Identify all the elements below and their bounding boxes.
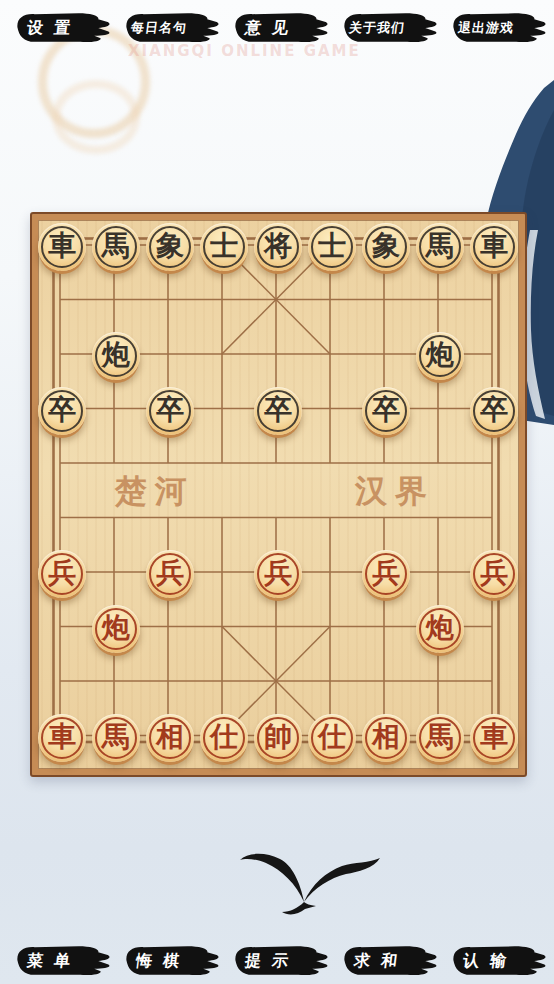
board-intersection[interactable]: 相 — [143, 711, 197, 766]
piece-black-advisor[interactable]: 士 — [308, 223, 356, 271]
piece-red-soldier[interactable]: 兵 — [38, 550, 86, 598]
feedback-button[interactable]: 意见 — [226, 9, 328, 47]
piece-glyph: 車 — [48, 232, 76, 260]
ink-stain-ring — [52, 80, 140, 154]
piece-glyph: 兵 — [48, 559, 76, 587]
board-intersection[interactable] — [359, 438, 413, 493]
board-intersection[interactable] — [305, 329, 359, 384]
piece-black-horse[interactable]: 馬 — [416, 223, 464, 271]
piece-red-cannon[interactable]: 炮 — [92, 605, 140, 653]
board-intersection[interactable] — [143, 602, 197, 657]
board-intersection[interactable]: 炮 — [413, 329, 467, 384]
board-intersection[interactable]: 炮 — [89, 602, 143, 657]
piece-black-cannon[interactable]: 炮 — [92, 332, 140, 380]
board-intersection[interactable] — [197, 384, 251, 439]
board-intersection[interactable]: 馬 — [413, 220, 467, 275]
piece-glyph: 炮 — [426, 341, 454, 369]
hint-button[interactable]: 提示 — [226, 942, 328, 980]
board-intersection[interactable] — [197, 656, 251, 711]
board-intersection[interactable]: 卒 — [35, 384, 89, 439]
piece-glyph: 兵 — [480, 559, 508, 587]
settings-button[interactable]: 设置 — [8, 9, 110, 47]
board-intersection[interactable]: 仕 — [305, 711, 359, 766]
piece-black-elephant[interactable]: 象 — [362, 223, 410, 271]
piece-black-advisor[interactable]: 士 — [200, 223, 248, 271]
piece-red-chariot[interactable]: 車 — [38, 714, 86, 762]
piece-red-elephant[interactable]: 相 — [146, 714, 194, 762]
board-intersection[interactable]: 士 — [197, 220, 251, 275]
board-intersection[interactable] — [89, 384, 143, 439]
board-intersection[interactable] — [467, 656, 521, 711]
board-intersection[interactable]: 車 — [35, 220, 89, 275]
board-intersection[interactable] — [89, 547, 143, 602]
piece-glyph: 仕 — [318, 723, 346, 751]
board-intersection[interactable] — [305, 602, 359, 657]
board-intersection[interactable]: 象 — [143, 220, 197, 275]
feedback-button-label: 意见 — [225, 18, 330, 39]
piece-glyph: 炮 — [102, 614, 130, 642]
board-intersection[interactable] — [89, 493, 143, 548]
piece-glyph: 卒 — [264, 396, 292, 424]
piece-black-soldier[interactable]: 卒 — [38, 387, 86, 435]
board-intersection[interactable]: 将 — [251, 220, 305, 275]
piece-glyph: 卒 — [156, 396, 184, 424]
board-intersection[interactable] — [359, 602, 413, 657]
board-intersection[interactable]: 車 — [35, 711, 89, 766]
board-intersection[interactable]: 馬 — [89, 711, 143, 766]
board-intersection[interactable]: 炮 — [89, 329, 143, 384]
board-intersection[interactable] — [251, 329, 305, 384]
piece-red-chariot[interactable]: 車 — [470, 714, 518, 762]
board-intersection[interactable] — [413, 493, 467, 548]
piece-red-soldier[interactable]: 兵 — [362, 550, 410, 598]
piece-glyph: 兵 — [156, 559, 184, 587]
piece-red-general[interactable]: 帥 — [254, 714, 302, 762]
board-intersection[interactable] — [305, 384, 359, 439]
piece-black-soldier[interactable]: 卒 — [470, 387, 518, 435]
piece-black-general[interactable]: 将 — [254, 223, 302, 271]
board-intersection[interactable] — [89, 275, 143, 330]
piece-black-soldier[interactable]: 卒 — [254, 387, 302, 435]
hint-button-label: 提示 — [225, 951, 330, 972]
board-intersection[interactable] — [197, 438, 251, 493]
board-intersection[interactable]: 仕 — [197, 711, 251, 766]
piece-glyph: 卒 — [480, 396, 508, 424]
board-intersection[interactable] — [305, 547, 359, 602]
board-intersection[interactable] — [35, 656, 89, 711]
piece-black-chariot[interactable]: 車 — [470, 223, 518, 271]
board-intersection[interactable] — [305, 493, 359, 548]
menu-button-label: 菜单 — [7, 951, 112, 972]
daily-quote-button[interactable]: 每日名句 — [117, 9, 219, 47]
board-intersection[interactable] — [305, 438, 359, 493]
board-intersection[interactable] — [251, 438, 305, 493]
board-grid: 車馬象士将士象馬車炮炮卒卒卒卒卒兵兵兵兵兵炮炮車馬相仕帥仕相馬車 — [35, 220, 521, 765]
board-intersection[interactable] — [35, 275, 89, 330]
board-intersection[interactable]: 兵 — [359, 547, 413, 602]
board-intersection[interactable] — [143, 275, 197, 330]
board-intersection[interactable] — [413, 547, 467, 602]
board-intersection[interactable] — [467, 275, 521, 330]
board-intersection[interactable] — [35, 493, 89, 548]
board-intersection[interactable]: 卒 — [359, 384, 413, 439]
board-intersection[interactable]: 卒 — [143, 384, 197, 439]
piece-red-cannon[interactable]: 炮 — [416, 605, 464, 653]
board-intersection[interactable] — [197, 493, 251, 548]
board-intersection[interactable] — [197, 329, 251, 384]
piece-glyph: 将 — [264, 232, 292, 260]
board-intersection[interactable]: 象 — [359, 220, 413, 275]
piece-glyph: 士 — [318, 232, 346, 260]
board-intersection[interactable] — [359, 656, 413, 711]
piece-glyph: 卒 — [48, 396, 76, 424]
settings-button-label: 设置 — [7, 18, 112, 39]
piece-red-soldier[interactable]: 兵 — [254, 550, 302, 598]
bottom-menu-bar: 菜单 悔棋 提示 求和 认输 — [0, 941, 554, 981]
board-intersection[interactable]: 兵 — [143, 547, 197, 602]
board-intersection[interactable]: 車 — [467, 220, 521, 275]
piece-red-elephant[interactable]: 相 — [362, 714, 410, 762]
about-us-button[interactable]: 关于我们 — [335, 9, 437, 47]
board-intersection[interactable] — [413, 384, 467, 439]
board-intersection[interactable] — [413, 656, 467, 711]
board-intersection[interactable]: 兵 — [467, 547, 521, 602]
board-intersection[interactable]: 馬 — [89, 220, 143, 275]
piece-black-horse[interactable]: 馬 — [92, 223, 140, 271]
piece-glyph: 馬 — [102, 723, 130, 751]
board-intersection[interactable]: 相 — [359, 711, 413, 766]
piece-glyph: 相 — [372, 723, 400, 751]
board-intersection[interactable] — [251, 493, 305, 548]
offer-draw-button[interactable]: 求和 — [335, 942, 437, 980]
piece-glyph: 象 — [372, 232, 400, 260]
board-intersection[interactable] — [467, 438, 521, 493]
piece-glyph: 象 — [156, 232, 184, 260]
piece-black-soldier[interactable]: 卒 — [146, 387, 194, 435]
resign-button-label: 认输 — [443, 951, 548, 972]
piece-glyph: 兵 — [372, 559, 400, 587]
piece-red-soldier[interactable]: 兵 — [146, 550, 194, 598]
top-menu-bar: 设置 每日名句 意见 关于我们 退出游戏 — [0, 8, 554, 48]
board-intersection[interactable] — [143, 656, 197, 711]
piece-glyph: 馬 — [426, 232, 454, 260]
board-intersection[interactable]: 車 — [467, 711, 521, 766]
piece-glyph: 車 — [48, 723, 76, 751]
offer-draw-button-label: 求和 — [334, 951, 439, 972]
board-intersection[interactable] — [467, 493, 521, 548]
board-intersection[interactable] — [35, 438, 89, 493]
board-intersection[interactable] — [197, 275, 251, 330]
board-intersection[interactable]: 兵 — [251, 547, 305, 602]
board-intersection[interactable] — [305, 275, 359, 330]
piece-black-soldier[interactable]: 卒 — [362, 387, 410, 435]
piece-red-advisor[interactable]: 仕 — [200, 714, 248, 762]
piece-glyph: 相 — [156, 723, 184, 751]
piece-glyph: 帥 — [264, 723, 292, 751]
piece-black-chariot[interactable]: 車 — [38, 223, 86, 271]
board-intersection[interactable] — [305, 656, 359, 711]
board-intersection[interactable] — [359, 329, 413, 384]
piece-glyph: 卒 — [372, 396, 400, 424]
piece-red-soldier[interactable]: 兵 — [470, 550, 518, 598]
piece-red-horse[interactable]: 馬 — [92, 714, 140, 762]
board-intersection[interactable]: 卒 — [467, 384, 521, 439]
board-intersection[interactable] — [467, 329, 521, 384]
board-intersection[interactable] — [413, 275, 467, 330]
board-intersection[interactable] — [467, 602, 521, 657]
about-us-button-label: 关于我们 — [334, 19, 438, 37]
board-intersection[interactable] — [35, 329, 89, 384]
board-intersection[interactable]: 兵 — [35, 547, 89, 602]
piece-glyph: 馬 — [102, 232, 130, 260]
board-intersection[interactable]: 卒 — [251, 384, 305, 439]
piece-black-elephant[interactable]: 象 — [146, 223, 194, 271]
menu-button[interactable]: 菜单 — [8, 942, 110, 980]
board-intersection[interactable] — [359, 493, 413, 548]
board-intersection[interactable] — [251, 656, 305, 711]
board-intersection[interactable] — [251, 602, 305, 657]
piece-glyph: 士 — [210, 232, 238, 260]
piece-glyph: 馬 — [426, 723, 454, 751]
board-intersection[interactable]: 炮 — [413, 602, 467, 657]
board-intersection[interactable] — [89, 656, 143, 711]
board-intersection[interactable]: 馬 — [413, 711, 467, 766]
board-intersection[interactable] — [197, 547, 251, 602]
piece-glyph: 車 — [480, 232, 508, 260]
board-intersection[interactable] — [143, 438, 197, 493]
piece-glyph: 仕 — [210, 723, 238, 751]
board-intersection[interactable] — [35, 602, 89, 657]
resign-button[interactable]: 认输 — [444, 942, 546, 980]
board-intersection[interactable] — [143, 329, 197, 384]
piece-red-advisor[interactable]: 仕 — [308, 714, 356, 762]
piece-glyph: 車 — [480, 723, 508, 751]
board-intersection[interactable] — [413, 438, 467, 493]
board-intersection[interactable]: 士 — [305, 220, 359, 275]
ink-bird-art — [238, 850, 388, 930]
board-intersection[interactable] — [89, 438, 143, 493]
piece-black-cannon[interactable]: 炮 — [416, 332, 464, 380]
undo-move-button[interactable]: 悔棋 — [117, 942, 219, 980]
piece-glyph: 炮 — [102, 341, 130, 369]
board-intersection[interactable] — [251, 275, 305, 330]
exit-game-button-label: 退出游戏 — [443, 19, 547, 37]
exit-game-button[interactable]: 退出游戏 — [444, 9, 546, 47]
board-intersection[interactable] — [143, 493, 197, 548]
undo-move-button-label: 悔棋 — [116, 951, 221, 972]
piece-red-horse[interactable]: 馬 — [416, 714, 464, 762]
board-intersection[interactable]: 帥 — [251, 711, 305, 766]
piece-glyph: 炮 — [426, 614, 454, 642]
xiangqi-board: 楚河 汉界 車馬象士将士象馬車炮炮卒卒卒卒卒兵兵兵兵兵炮炮車馬相仕帥仕相馬車 — [30, 212, 527, 777]
board-intersection[interactable] — [359, 275, 413, 330]
daily-quote-button-label: 每日名句 — [116, 19, 220, 37]
board-intersection[interactable] — [197, 602, 251, 657]
piece-glyph: 兵 — [264, 559, 292, 587]
